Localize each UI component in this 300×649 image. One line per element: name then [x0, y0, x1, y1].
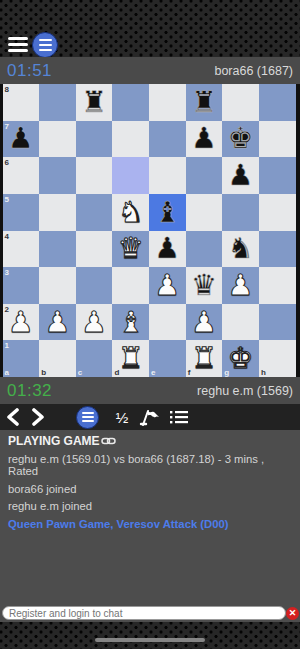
square-c2[interactable]: ♟ [76, 304, 113, 341]
blue-circle-menu-icon[interactable] [32, 32, 58, 58]
square-e8[interactable] [149, 84, 186, 121]
panel-title-text: PLAYING GAME [8, 434, 100, 448]
square-c3[interactable] [76, 267, 113, 304]
bottom-player-bar: 01:32 reghu e.m (1569) [0, 377, 300, 404]
square-f4[interactable] [186, 231, 223, 268]
black-rook-f8[interactable]: ♜ [186, 84, 223, 121]
square-b8[interactable] [39, 84, 76, 121]
square-f1[interactable]: f♜ [186, 340, 223, 377]
black-bishop-e5[interactable]: ♝ [149, 194, 186, 231]
white-rook-d1[interactable]: ♜ [112, 340, 149, 377]
square-g3[interactable]: ♟ [222, 267, 259, 304]
square-a5[interactable]: 5 [3, 194, 40, 231]
chat-row: ✕ [0, 606, 300, 622]
square-c7[interactable] [76, 121, 113, 158]
black-rook-c8[interactable]: ♜ [76, 84, 113, 121]
move-list-button[interactable] [167, 404, 191, 430]
square-h6[interactable] [259, 157, 296, 194]
square-b3[interactable] [39, 267, 76, 304]
square-d4[interactable]: ♛ [112, 231, 149, 268]
white-king-g1[interactable]: ♚ [222, 340, 259, 377]
chess-board[interactable]: 8♜♜7♟♟♚6♟5♞♝4♛♟♞3♟♛♟2♟♟♟♝♟1abcd♜ef♜g♚h [3, 84, 296, 377]
joined-line-2: reghu e.m joined [8, 500, 292, 513]
square-d5[interactable]: ♞ [112, 194, 149, 231]
square-d3[interactable] [112, 267, 149, 304]
square-c4[interactable] [76, 231, 113, 268]
resign-button[interactable] [137, 404, 163, 430]
square-g5[interactable] [222, 194, 259, 231]
offer-draw-button[interactable]: ½ [113, 404, 131, 430]
white-pawn-b2[interactable]: ♟ [39, 304, 76, 341]
game-info-panel: PLAYING GAME reghu e.m (1569.01) vs bora… [0, 430, 300, 622]
square-h5[interactable] [259, 194, 296, 231]
square-a6[interactable]: 6 [3, 157, 40, 194]
square-g6[interactable]: ♟ [222, 157, 259, 194]
square-e2[interactable] [149, 304, 186, 341]
square-e7[interactable] [149, 121, 186, 158]
white-pawn-f2[interactable]: ♟ [186, 304, 223, 341]
chevron-right-icon [30, 408, 46, 426]
square-g2[interactable] [222, 304, 259, 341]
square-d7[interactable] [112, 121, 149, 158]
next-move-button[interactable] [25, 404, 50, 430]
resign-flag-icon [139, 409, 161, 426]
square-b2[interactable]: ♟ [39, 304, 76, 341]
square-e3[interactable]: ♟ [149, 267, 186, 304]
previous-move-button[interactable] [0, 404, 25, 430]
top-player-clock: 01:51 [7, 61, 52, 81]
white-knight-d5[interactable]: ♞ [112, 194, 149, 231]
close-chat-icon[interactable]: ✕ [286, 607, 299, 620]
square-f7[interactable]: ♟ [186, 121, 223, 158]
white-rook-f1[interactable]: ♜ [186, 340, 223, 377]
panel-title: PLAYING GAME [8, 434, 292, 448]
black-king-g7[interactable]: ♚ [222, 121, 259, 158]
status-header [0, 0, 300, 57]
square-h1[interactable]: h [259, 340, 296, 377]
file-label-a: a [5, 368, 9, 377]
black-pawn-e4[interactable]: ♟ [149, 231, 186, 268]
square-e5[interactable]: ♝ [149, 194, 186, 231]
square-e4[interactable]: ♟ [149, 231, 186, 268]
square-b1[interactable]: b [39, 340, 76, 377]
square-d1[interactable]: d♜ [112, 340, 149, 377]
top-player-bar: 01:51 bora66 (1687) [0, 57, 300, 84]
file-label-c: c [78, 368, 82, 377]
square-d8[interactable] [112, 84, 149, 121]
rank-label-1: 1 [5, 341, 9, 350]
square-d6[interactable] [112, 157, 149, 194]
square-b6[interactable] [39, 157, 76, 194]
square-a3[interactable]: 3 [3, 267, 40, 304]
rank-label-8: 8 [5, 85, 9, 94]
square-c6[interactable] [76, 157, 113, 194]
white-pawn-e3[interactable]: ♟ [149, 267, 186, 304]
hamburger-menu-icon[interactable] [8, 37, 28, 52]
black-queen-f3[interactable]: ♛ [186, 267, 223, 304]
square-c1[interactable]: c [76, 340, 113, 377]
file-label-h: h [261, 368, 266, 377]
square-h4[interactable] [259, 231, 296, 268]
square-g4[interactable]: ♞ [222, 231, 259, 268]
black-knight-g4[interactable]: ♞ [222, 231, 259, 268]
square-g8[interactable] [222, 84, 259, 121]
white-pawn-c2[interactable]: ♟ [76, 304, 113, 341]
black-pawn-f7[interactable]: ♟ [186, 121, 223, 158]
square-f2[interactable]: ♟ [186, 304, 223, 341]
rank-label-4: 4 [5, 232, 9, 241]
board-area: 8♜♜7♟♟♚6♟5♞♝4♛♟♞3♟♛♟2♟♟♟♝♟1abcd♜ef♜g♚h [0, 84, 300, 377]
chat-input[interactable] [2, 606, 286, 620]
square-g7[interactable]: ♚ [222, 121, 259, 158]
square-b5[interactable] [39, 194, 76, 231]
home-indicator [95, 638, 205, 642]
joined-line-1: bora66 joined [8, 483, 292, 496]
square-d2[interactable]: ♝ [112, 304, 149, 341]
square-f3[interactable]: ♛ [186, 267, 223, 304]
move-list-icon [170, 410, 188, 425]
square-a2[interactable]: 2♟ [3, 304, 40, 341]
square-b4[interactable] [39, 231, 76, 268]
square-e1[interactable]: e [149, 340, 186, 377]
square-h7[interactable] [259, 121, 296, 158]
square-a8[interactable]: 8 [3, 84, 40, 121]
square-f5[interactable] [186, 194, 223, 231]
game-summary-line: reghu e.m (1569.01) vs bora66 (1687.18) … [8, 453, 292, 479]
opening-name-link[interactable]: Queen Pawn Game, Veresov Attack (D00) [8, 518, 292, 530]
board-menu-button[interactable] [76, 406, 99, 429]
app-window: 01:51 bora66 (1687) 8♜♜7♟♟♚6♟5♞♝4♛♟♞3♟♛♟… [0, 0, 300, 649]
square-h2[interactable] [259, 304, 296, 341]
square-f8[interactable]: ♜ [186, 84, 223, 121]
game-toolbar: ½ [0, 404, 300, 430]
square-e6[interactable] [149, 157, 186, 194]
square-h8[interactable] [259, 84, 296, 121]
footer [0, 622, 300, 649]
rank-label-6: 6 [5, 158, 9, 167]
square-a4[interactable]: 4 [3, 231, 40, 268]
top-player-name: bora66 (1687) [214, 64, 293, 78]
square-g1[interactable]: g♚ [222, 340, 259, 377]
chevron-left-icon [5, 408, 21, 426]
square-c8[interactable]: ♜ [76, 84, 113, 121]
black-pawn-g6[interactable]: ♟ [222, 157, 259, 194]
white-pawn-g3[interactable]: ♟ [222, 267, 259, 304]
white-bishop-d2[interactable]: ♝ [112, 304, 149, 341]
square-a1[interactable]: 1a [3, 340, 40, 377]
bottom-player-clock: 01:32 [7, 381, 52, 401]
rank-label-5: 5 [5, 195, 9, 204]
black-pawn-a7[interactable]: ♟ [3, 121, 40, 158]
square-f6[interactable] [186, 157, 223, 194]
white-pawn-a2[interactable]: ♟ [3, 304, 40, 341]
square-c5[interactable] [76, 194, 113, 231]
white-queen-d4[interactable]: ♛ [112, 231, 149, 268]
link-icon [101, 436, 116, 446]
file-label-b: b [41, 368, 46, 377]
bottom-player-name: reghu e.m (1569) [197, 384, 293, 398]
square-h3[interactable] [259, 267, 296, 304]
rank-label-3: 3 [5, 268, 9, 277]
square-b7[interactable] [39, 121, 76, 158]
file-label-e: e [151, 368, 155, 377]
square-a7[interactable]: 7♟ [3, 121, 40, 158]
